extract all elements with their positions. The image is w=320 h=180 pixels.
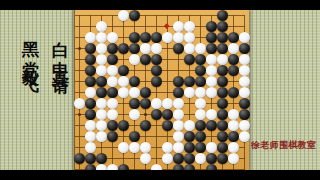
black-stone <box>217 65 228 76</box>
black-stone <box>129 43 140 54</box>
white-stone <box>173 109 184 120</box>
black-stone <box>118 65 129 76</box>
black-stone <box>228 32 239 43</box>
white-stone <box>195 98 206 109</box>
white-stone <box>184 21 195 32</box>
white-stone <box>85 142 96 153</box>
white-stone <box>239 87 250 98</box>
white-stone <box>96 21 107 32</box>
white-stone <box>85 87 96 98</box>
white-stone <box>173 120 184 131</box>
white-stone <box>195 87 206 98</box>
black-stone <box>118 43 129 54</box>
black-stone <box>217 131 228 142</box>
black-stone <box>85 98 96 109</box>
black-stone <box>206 153 217 164</box>
white-stone <box>206 109 217 120</box>
letterbox-bottom-bar <box>0 170 320 180</box>
white-stone <box>206 65 217 76</box>
watermark-text: 徐老师围棋教室 <box>251 139 316 152</box>
black-stone <box>151 76 162 87</box>
black-stone <box>96 87 107 98</box>
white-stone <box>206 54 217 65</box>
black-stone <box>129 10 140 21</box>
white-player-name: 申真谞 <box>51 47 71 71</box>
white-stone <box>107 65 118 76</box>
white-stone <box>140 153 151 164</box>
black-stone <box>206 21 217 32</box>
go-board <box>74 10 249 171</box>
black-stone <box>173 76 184 87</box>
black-stone <box>195 65 206 76</box>
black-stone <box>74 153 85 164</box>
black-stone <box>206 32 217 43</box>
black-stone <box>107 54 118 65</box>
black-stone <box>206 120 217 131</box>
white-stone <box>85 32 96 43</box>
black-stone <box>140 120 151 131</box>
white-stone <box>96 43 107 54</box>
black-stone <box>195 120 206 131</box>
white-stone <box>107 98 118 109</box>
black-stone <box>195 131 206 142</box>
black-stone <box>173 153 184 164</box>
white-stone <box>206 76 217 87</box>
star-point-icon <box>144 113 147 116</box>
black-stone <box>217 21 228 32</box>
black-stone <box>184 76 195 87</box>
black-stone <box>96 76 107 87</box>
white-stone <box>228 153 239 164</box>
white-stone <box>85 120 96 131</box>
white-stone <box>118 76 129 87</box>
white-stone <box>162 98 173 109</box>
black-stone <box>184 131 195 142</box>
black-stone <box>228 131 239 142</box>
black-stone <box>129 32 140 43</box>
white-stone <box>195 43 206 54</box>
white-stone <box>129 142 140 153</box>
black-stone <box>151 109 162 120</box>
black-stone <box>228 54 239 65</box>
black-stone <box>206 43 217 54</box>
white-stone <box>239 54 250 65</box>
white-stone <box>228 109 239 120</box>
black-stone <box>129 98 140 109</box>
white-stone <box>162 32 173 43</box>
black-stone <box>140 87 151 98</box>
black-player-name: 党毅飞 <box>21 47 41 71</box>
black-stone <box>162 109 173 120</box>
black-stone <box>85 153 96 164</box>
black-stone <box>195 54 206 65</box>
white-stone <box>118 87 129 98</box>
black-stone <box>107 120 118 131</box>
white-stone <box>239 76 250 87</box>
black-stone <box>85 109 96 120</box>
black-stone <box>85 65 96 76</box>
black-stone <box>184 142 195 153</box>
black-stone <box>217 43 228 54</box>
white-stone <box>239 32 250 43</box>
white-stone <box>151 43 162 54</box>
white-stone <box>118 142 129 153</box>
white-stone <box>239 120 250 131</box>
white-stone <box>173 98 184 109</box>
white-stone <box>96 32 107 43</box>
white-stone <box>118 10 129 21</box>
white-stone <box>74 98 85 109</box>
black-stone <box>195 76 206 87</box>
black-stone <box>228 87 239 98</box>
white-stone <box>195 153 206 164</box>
white-stone <box>107 109 118 120</box>
black-stone <box>217 87 228 98</box>
black-stone <box>184 153 195 164</box>
black-stone <box>173 87 184 98</box>
black-stone <box>151 32 162 43</box>
star-point-icon <box>78 47 81 50</box>
white-stone <box>85 131 96 142</box>
black-stone <box>140 54 151 65</box>
black-stone <box>140 98 151 109</box>
white-stone <box>96 65 107 76</box>
white-stone <box>228 43 239 54</box>
white-stone <box>107 32 118 43</box>
white-stone <box>206 87 217 98</box>
white-stone <box>162 153 173 164</box>
black-stone <box>217 120 228 131</box>
white-stone <box>96 98 107 109</box>
black-stone <box>217 76 228 87</box>
black-stone <box>239 98 250 109</box>
black-player-column: 黑 党毅飞 <box>21 28 41 71</box>
white-stone <box>129 109 140 120</box>
black-stone <box>173 43 184 54</box>
black-stone <box>217 153 228 164</box>
black-stone <box>151 65 162 76</box>
video-frame: 黑 党毅飞 白 申真谞 徐老师围棋教室 <box>0 0 320 180</box>
black-stone <box>107 131 118 142</box>
black-stone <box>162 120 173 131</box>
white-stone <box>129 87 140 98</box>
white-stone <box>96 109 107 120</box>
black-stone <box>217 10 228 21</box>
white-stone <box>184 87 195 98</box>
white-stone <box>228 142 239 153</box>
black-stone <box>228 65 239 76</box>
black-stone <box>85 76 96 87</box>
white-stone <box>107 76 118 87</box>
white-stone <box>140 43 151 54</box>
white-stone <box>195 109 206 120</box>
black-stone <box>96 153 107 164</box>
black-stone <box>195 142 206 153</box>
black-stone <box>217 32 228 43</box>
white-stone <box>129 54 140 65</box>
white-stone <box>206 142 217 153</box>
star-point-icon <box>78 113 81 116</box>
black-stone <box>118 120 129 131</box>
black-stone <box>140 32 151 43</box>
black-stone <box>217 142 228 153</box>
black-stone <box>129 131 140 142</box>
white-stone <box>184 43 195 54</box>
white-stone <box>173 32 184 43</box>
white-stone <box>173 21 184 32</box>
black-stone <box>129 76 140 87</box>
white-stone <box>140 142 151 153</box>
black-stone <box>151 54 162 65</box>
black-stone <box>107 87 118 98</box>
white-stone <box>173 131 184 142</box>
black-stone <box>85 54 96 65</box>
white-stone <box>184 32 195 43</box>
white-stone <box>151 98 162 109</box>
black-stone <box>239 43 250 54</box>
white-stone <box>239 131 250 142</box>
black-stone <box>217 98 228 109</box>
white-stone <box>228 120 239 131</box>
white-stone <box>96 131 107 142</box>
white-stone <box>217 54 228 65</box>
letterbox-top-bar <box>0 0 320 10</box>
black-stone <box>239 109 250 120</box>
white-stone <box>184 120 195 131</box>
black-stone <box>184 54 195 65</box>
white-stone <box>96 54 107 65</box>
black-stone <box>107 43 118 54</box>
white-stone <box>173 142 184 153</box>
white-stone <box>239 65 250 76</box>
white-player-column: 白 申真谞 <box>51 28 71 71</box>
white-stone <box>162 142 173 153</box>
white-stone <box>96 120 107 131</box>
black-label: 黑 <box>21 28 41 36</box>
black-stone <box>85 43 96 54</box>
black-stone <box>217 109 228 120</box>
white-label: 白 <box>51 28 71 36</box>
